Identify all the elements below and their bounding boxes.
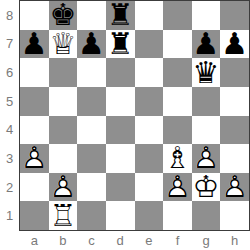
square-h6[interactable] (220, 58, 249, 87)
square-c7[interactable]: ♟ (77, 30, 106, 59)
square-h7[interactable]: ♟ (220, 30, 249, 59)
square-f8[interactable] (163, 1, 192, 30)
square-a1[interactable] (20, 201, 49, 230)
square-a4[interactable] (20, 116, 49, 145)
white-bishop: ♗ (163, 144, 192, 173)
white-rook-fill: ♜ (49, 201, 78, 230)
black-pawn: ♟ (192, 30, 221, 59)
square-a7[interactable]: ♟ (20, 30, 49, 59)
rank-label-1: 1 (0, 201, 19, 230)
square-e1[interactable] (135, 201, 164, 230)
black-king: ♚ (49, 1, 78, 30)
square-b6[interactable] (49, 58, 78, 87)
square-f2[interactable]: ♟♙ (163, 173, 192, 202)
file-label-f: f (163, 230, 192, 250)
square-g5[interactable] (192, 87, 221, 116)
black-pawn: ♟ (220, 30, 249, 59)
square-a2[interactable] (20, 173, 49, 202)
square-b1[interactable]: ♜♖ (49, 201, 78, 230)
rank-label-4: 4 (0, 116, 19, 145)
square-e6[interactable] (135, 58, 164, 87)
square-c4[interactable] (77, 116, 106, 145)
square-g2[interactable]: ♚♔ (192, 173, 221, 202)
rank-label-7: 7 (0, 30, 19, 59)
square-b4[interactable] (49, 116, 78, 145)
square-b8[interactable]: ♚ (49, 1, 78, 30)
square-a3[interactable]: ♟♙ (20, 144, 49, 173)
black-rook: ♜ (106, 1, 135, 30)
white-bishop-fill: ♝ (163, 144, 192, 173)
file-label-e: e (135, 230, 164, 250)
white-pawn: ♙ (220, 173, 249, 202)
white-pawn: ♙ (49, 173, 78, 202)
square-d1[interactable] (106, 201, 135, 230)
file-label-c: c (77, 230, 106, 250)
square-h5[interactable] (220, 87, 249, 116)
square-g7[interactable]: ♟ (192, 30, 221, 59)
white-pawn: ♙ (163, 173, 192, 202)
square-g8[interactable] (192, 1, 221, 30)
square-b5[interactable] (49, 87, 78, 116)
square-e7[interactable] (135, 30, 164, 59)
file-label-d: d (106, 230, 135, 250)
square-f4[interactable] (163, 116, 192, 145)
square-a5[interactable] (20, 87, 49, 116)
white-king: ♔ (192, 173, 221, 202)
square-d5[interactable] (106, 87, 135, 116)
rank-label-5: 5 (0, 87, 19, 116)
square-e5[interactable] (135, 87, 164, 116)
black-queen: ♛ (192, 58, 221, 87)
square-e8[interactable] (135, 1, 164, 30)
square-d6[interactable] (106, 58, 135, 87)
square-d8[interactable]: ♜ (106, 1, 135, 30)
square-h1[interactable] (220, 201, 249, 230)
file-label-b: b (49, 230, 78, 250)
square-g6[interactable]: ♛ (192, 58, 221, 87)
square-h3[interactable] (220, 144, 249, 173)
square-d2[interactable] (106, 173, 135, 202)
rank-label-3: 3 (0, 144, 19, 173)
white-rook: ♖ (49, 201, 78, 230)
square-a8[interactable] (20, 1, 49, 30)
file-labels: a b c d e f g h (20, 230, 249, 250)
square-h8[interactable] (220, 1, 249, 30)
square-e3[interactable] (135, 144, 164, 173)
rank-labels: 8 7 6 5 4 3 2 1 (0, 1, 19, 230)
white-pawn: ♙ (192, 144, 221, 173)
white-pawn: ♙ (20, 144, 49, 173)
square-h2[interactable]: ♟♙ (220, 173, 249, 202)
square-e2[interactable] (135, 173, 164, 202)
white-pawn-fill: ♟ (220, 173, 249, 202)
square-c1[interactable] (77, 201, 106, 230)
square-b3[interactable] (49, 144, 78, 173)
square-g1[interactable] (192, 201, 221, 230)
square-d7[interactable]: ♜ (106, 30, 135, 59)
square-f6[interactable] (163, 58, 192, 87)
square-e4[interactable] (135, 116, 164, 145)
rank-label-2: 2 (0, 173, 19, 202)
square-f5[interactable] (163, 87, 192, 116)
square-f7[interactable] (163, 30, 192, 59)
square-c2[interactable] (77, 173, 106, 202)
square-d4[interactable] (106, 116, 135, 145)
white-queen-fill: ♛ (49, 30, 78, 59)
square-c3[interactable] (77, 144, 106, 173)
white-pawn-fill: ♟ (163, 173, 192, 202)
black-rook: ♜ (106, 30, 135, 59)
file-label-h: h (220, 230, 249, 250)
square-c5[interactable] (77, 87, 106, 116)
white-king-fill: ♚ (192, 173, 221, 202)
black-pawn: ♟ (20, 30, 49, 59)
square-d3[interactable] (106, 144, 135, 173)
file-label-g: g (192, 230, 221, 250)
square-a6[interactable] (20, 58, 49, 87)
white-pawn-fill: ♟ (192, 144, 221, 173)
white-queen: ♕ (49, 30, 78, 59)
square-g3[interactable]: ♟♙ (192, 144, 221, 173)
square-b2[interactable]: ♟♙ (49, 173, 78, 202)
square-c6[interactable] (77, 58, 106, 87)
black-pawn: ♟ (77, 30, 106, 59)
file-label-a: a (20, 230, 49, 250)
white-pawn-fill: ♟ (49, 173, 78, 202)
rank-label-8: 8 (0, 1, 19, 30)
square-c8[interactable] (77, 1, 106, 30)
square-f3[interactable]: ♝♗ (163, 144, 192, 173)
white-pawn-fill: ♟ (20, 144, 49, 173)
chess-diagram: 8 7 6 5 4 3 2 1 ♚♜♟♛♕♟♜♟♟♛♟♙♝♗♟♙♟♙♟♙♚♔♟♙… (0, 0, 250, 250)
chess-board: ♚♜♟♛♕♟♜♟♟♛♟♙♝♗♟♙♟♙♟♙♚♔♟♙♜♖ (19, 0, 250, 231)
square-h4[interactable] (220, 116, 249, 145)
square-g4[interactable] (192, 116, 221, 145)
square-f1[interactable] (163, 201, 192, 230)
rank-label-6: 6 (0, 58, 19, 87)
square-b7[interactable]: ♛♕ (49, 30, 78, 59)
